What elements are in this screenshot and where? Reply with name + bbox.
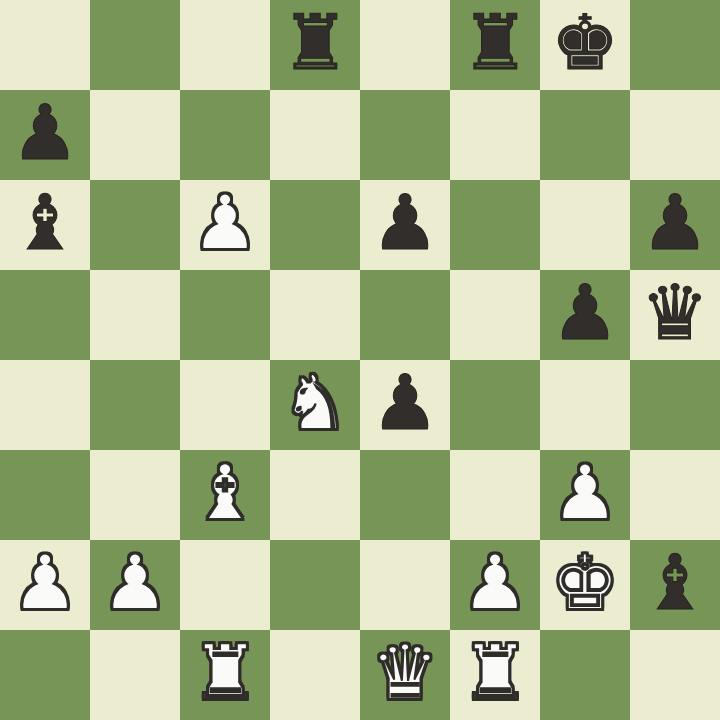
square-c1[interactable]: ♜: [180, 630, 270, 720]
square-b7[interactable]: [90, 90, 180, 180]
square-h1[interactable]: [630, 630, 720, 720]
square-e3[interactable]: [360, 450, 450, 540]
square-f3[interactable]: [450, 450, 540, 540]
square-c5[interactable]: [180, 270, 270, 360]
square-g1[interactable]: [540, 630, 630, 720]
square-h6[interactable]: ♟: [630, 180, 720, 270]
square-g2[interactable]: ♚: [540, 540, 630, 630]
square-d2[interactable]: [270, 540, 360, 630]
chess-board-container: ♜♜♚♟♝♟♟♟♟♛♞♟♝♟♟♟♟♚♝♜♛♜: [0, 0, 720, 720]
white-knight[interactable]: ♞: [281, 358, 349, 448]
square-g5[interactable]: ♟: [540, 270, 630, 360]
chess-board[interactable]: ♜♜♚♟♝♟♟♟♟♛♞♟♝♟♟♟♟♚♝♜♛♜: [0, 0, 720, 720]
white-rook[interactable]: ♜: [191, 628, 259, 718]
square-b5[interactable]: [90, 270, 180, 360]
square-c4[interactable]: [180, 360, 270, 450]
square-b8[interactable]: [90, 0, 180, 90]
square-e7[interactable]: [360, 90, 450, 180]
square-f8[interactable]: ♜: [450, 0, 540, 90]
square-e5[interactable]: [360, 270, 450, 360]
square-b3[interactable]: [90, 450, 180, 540]
square-d5[interactable]: [270, 270, 360, 360]
square-b6[interactable]: [90, 180, 180, 270]
square-g3[interactable]: ♟: [540, 450, 630, 540]
square-g7[interactable]: [540, 90, 630, 180]
black-bishop[interactable]: ♝: [641, 538, 709, 628]
square-g8[interactable]: ♚: [540, 0, 630, 90]
square-f6[interactable]: [450, 180, 540, 270]
square-e4[interactable]: ♟: [360, 360, 450, 450]
square-h7[interactable]: [630, 90, 720, 180]
square-a8[interactable]: [0, 0, 90, 90]
square-c2[interactable]: [180, 540, 270, 630]
square-b1[interactable]: [90, 630, 180, 720]
square-d6[interactable]: [270, 180, 360, 270]
square-c3[interactable]: ♝: [180, 450, 270, 540]
square-c8[interactable]: [180, 0, 270, 90]
white-pawn[interactable]: ♟: [101, 538, 169, 628]
square-e2[interactable]: [360, 540, 450, 630]
square-f5[interactable]: [450, 270, 540, 360]
white-king[interactable]: ♚: [551, 538, 619, 628]
square-d1[interactable]: [270, 630, 360, 720]
black-pawn[interactable]: ♟: [11, 88, 79, 178]
square-g4[interactable]: [540, 360, 630, 450]
square-d8[interactable]: ♜: [270, 0, 360, 90]
black-pawn[interactable]: ♟: [551, 268, 619, 358]
black-pawn[interactable]: ♟: [641, 178, 709, 268]
black-pawn[interactable]: ♟: [371, 358, 439, 448]
square-f7[interactable]: [450, 90, 540, 180]
square-e1[interactable]: ♛: [360, 630, 450, 720]
black-queen[interactable]: ♛: [641, 268, 709, 358]
square-h2[interactable]: ♝: [630, 540, 720, 630]
white-bishop[interactable]: ♝: [191, 448, 259, 538]
square-h4[interactable]: [630, 360, 720, 450]
black-rook[interactable]: ♜: [281, 0, 349, 88]
square-a5[interactable]: [0, 270, 90, 360]
white-queen[interactable]: ♛: [371, 628, 439, 718]
black-pawn[interactable]: ♟: [371, 178, 439, 268]
square-f4[interactable]: [450, 360, 540, 450]
square-e8[interactable]: [360, 0, 450, 90]
white-pawn[interactable]: ♟: [11, 538, 79, 628]
white-rook[interactable]: ♜: [461, 628, 529, 718]
square-a4[interactable]: [0, 360, 90, 450]
square-d4[interactable]: ♞: [270, 360, 360, 450]
square-c7[interactable]: [180, 90, 270, 180]
square-f2[interactable]: ♟: [450, 540, 540, 630]
square-d7[interactable]: [270, 90, 360, 180]
square-d3[interactable]: [270, 450, 360, 540]
white-pawn[interactable]: ♟: [191, 178, 259, 268]
square-h3[interactable]: [630, 450, 720, 540]
square-e6[interactable]: ♟: [360, 180, 450, 270]
square-a2[interactable]: ♟: [0, 540, 90, 630]
black-bishop[interactable]: ♝: [11, 178, 79, 268]
square-a6[interactable]: ♝: [0, 180, 90, 270]
square-a3[interactable]: [0, 450, 90, 540]
square-b2[interactable]: ♟: [90, 540, 180, 630]
square-b4[interactable]: [90, 360, 180, 450]
square-c6[interactable]: ♟: [180, 180, 270, 270]
white-pawn[interactable]: ♟: [461, 538, 529, 628]
square-a7[interactable]: ♟: [0, 90, 90, 180]
black-king[interactable]: ♚: [551, 0, 619, 88]
square-a1[interactable]: [0, 630, 90, 720]
white-pawn[interactable]: ♟: [551, 448, 619, 538]
square-h5[interactable]: ♛: [630, 270, 720, 360]
square-h8[interactable]: [630, 0, 720, 90]
square-g6[interactable]: [540, 180, 630, 270]
black-rook[interactable]: ♜: [461, 0, 529, 88]
square-f1[interactable]: ♜: [450, 630, 540, 720]
